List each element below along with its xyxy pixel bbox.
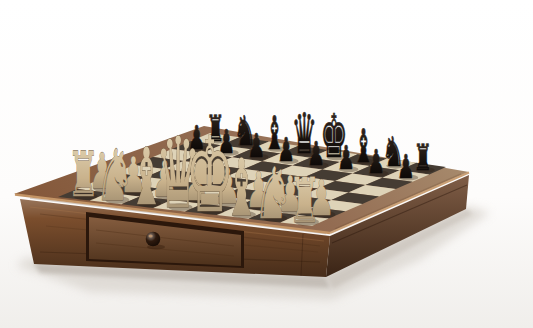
chess-set-photo: ♜♞♝♛♚♝♞♜♟♟♟♟♟♟♟♟♟♟♟♟♟♟♟♟♜♞♝♛♚♝♞♜ [0, 0, 533, 328]
knob-highlight [149, 235, 153, 238]
black-pawn-g7[interactable]: ♟ [367, 143, 385, 181]
black-pawn-f7[interactable]: ♟ [337, 139, 355, 177]
black-pawn-h7[interactable]: ♟ [397, 147, 415, 185]
white-knight-g1[interactable]: ♞ [253, 152, 292, 235]
white-rook-a1[interactable]: ♜ [67, 139, 99, 211]
white-rook-h1[interactable]: ♜ [288, 165, 320, 237]
black-rook-h8[interactable]: ♜ [413, 137, 432, 179]
chess-board: ♜♞♝♛♚♝♞♜♟♟♟♟♟♟♟♟♟♟♟♟♟♟♟♟♜♞♝♛♚♝♞♜ [0, 0, 533, 328]
drawer-knob[interactable] [146, 232, 161, 247]
